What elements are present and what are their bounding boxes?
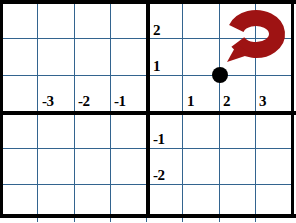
frame-right-border [291, 0, 294, 218]
grid-cell [256, 149, 292, 186]
grid-cell [38, 3, 74, 40]
grid-cell [75, 149, 111, 186]
grid-cell [75, 112, 111, 149]
grid-cell [220, 112, 256, 149]
frame-left-border [0, 0, 3, 218]
grid-cell [2, 3, 38, 40]
grid-cell [183, 3, 219, 40]
grid-cell [220, 149, 256, 186]
grid-cell [256, 3, 292, 40]
grid-cell [111, 149, 147, 186]
grid-cell [111, 112, 147, 149]
grid-cell [183, 112, 219, 149]
grid-cell [75, 39, 111, 76]
x-tick-label-neg1: -1 [114, 93, 126, 109]
y-tick-label-1: 1 [153, 58, 160, 74]
coordinate-plane: -3 -2 -1 1 2 3 2 1 -1 -2 [0, 0, 296, 223]
grid-cell [111, 3, 147, 40]
y-axis [146, 0, 150, 218]
grid-cell [183, 149, 219, 186]
grid-cell [111, 39, 147, 76]
grid-cell [2, 149, 38, 186]
grid-cell [38, 149, 74, 186]
grid-cell [220, 3, 256, 40]
grid-cell [38, 112, 74, 149]
grid-cell [2, 76, 38, 113]
grid-cell [256, 39, 292, 76]
x-tick-label-2: 2 [223, 93, 230, 109]
x-tick-label-neg2: -2 [78, 93, 90, 109]
x-tick-label-3: 3 [259, 93, 266, 109]
grid-cell [2, 112, 38, 149]
y-tick-label-neg1: -1 [153, 131, 165, 147]
grid-cell [147, 76, 183, 113]
grid-cell [38, 39, 74, 76]
grid-cell [256, 112, 292, 149]
x-tick-label-neg3: -3 [42, 93, 54, 109]
grid-cell [75, 3, 111, 40]
grid-cell [2, 39, 38, 76]
y-tick-label-neg2: -2 [153, 167, 165, 183]
plotted-point [212, 67, 228, 83]
y-tick-label-2: 2 [153, 22, 160, 38]
x-tick-label-1: 1 [187, 93, 194, 109]
